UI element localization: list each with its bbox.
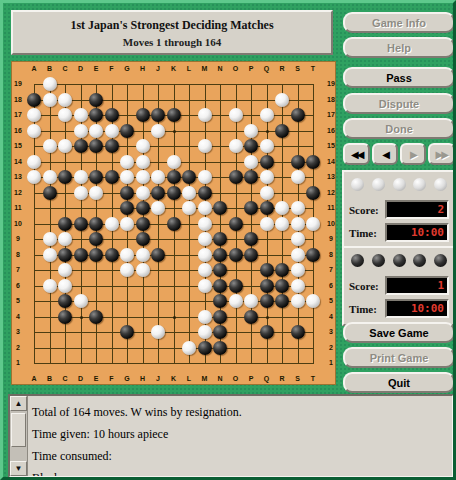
black-stone-N9 (213, 232, 227, 246)
black-stone-F13 (105, 170, 119, 184)
message-line: Time given: 10 hours apiece (32, 427, 448, 442)
black-stone-K17 (167, 108, 181, 122)
white-stone-B9 (43, 232, 57, 246)
black-stone-B12 (43, 186, 57, 200)
black-stone-Q6 (260, 279, 274, 293)
column-label: P (246, 65, 256, 72)
white-stone-M9 (198, 232, 212, 246)
white-stone-M11 (198, 201, 212, 215)
black-stone-S3 (291, 325, 305, 339)
column-label: O (231, 65, 241, 72)
black-stone-M2 (198, 341, 212, 355)
black-stone-N2 (213, 341, 227, 355)
row-label: 12 (326, 189, 336, 196)
white-tray-stone (372, 178, 385, 191)
white-stone-Q15 (260, 139, 274, 153)
column-label: O (231, 375, 241, 382)
white-stone-G10 (120, 217, 134, 231)
white-stone-M10 (198, 217, 212, 231)
row-label: 17 (326, 111, 336, 118)
white-stone-B15 (43, 139, 57, 153)
black-tray-stone (413, 254, 426, 267)
column-label: R (277, 375, 287, 382)
white-stone-E16 (89, 124, 103, 138)
black-stone-S14 (291, 155, 305, 169)
black-stone-R16 (275, 124, 289, 138)
white-stone-A13 (27, 170, 41, 184)
white-tray-stone (393, 178, 406, 191)
go-board[interactable]: AABBCCDDEEFFGGHHJJKKLLMMNNOOPPQQRRSSTT19… (11, 61, 336, 385)
column-label: D (76, 65, 86, 72)
black-time-label: Time: (349, 303, 385, 315)
done-button[interactable]: Done (343, 118, 455, 139)
white-stone-Q10 (260, 217, 274, 231)
white-stone-J3 (151, 325, 165, 339)
black-stone-P11 (244, 201, 258, 215)
white-stone-L2 (182, 341, 196, 355)
column-label: H (138, 375, 148, 382)
white-stone-A14 (27, 155, 41, 169)
rewind-to-start-button[interactable]: ◀◀ (343, 143, 370, 165)
white-stone-B13 (43, 170, 57, 184)
black-score-display: 1 (385, 276, 449, 295)
row-label: 18 (13, 96, 23, 103)
row-label: 3 (13, 328, 23, 335)
black-stone-J12 (151, 186, 165, 200)
grid-line (189, 84, 190, 364)
white-stone-D5 (74, 294, 88, 308)
black-stone-C4 (58, 310, 72, 324)
row-label: 17 (13, 111, 23, 118)
message-lines: Total of 164 moves. W wins by resignatio… (32, 398, 448, 478)
black-stone-H11 (136, 201, 150, 215)
black-stone-N11 (213, 201, 227, 215)
row-label: 2 (13, 344, 23, 351)
column-label: H (138, 65, 148, 72)
black-stone-N6 (213, 279, 227, 293)
white-stone-D17 (74, 108, 88, 122)
column-label: B (45, 375, 55, 382)
white-stone-S5 (291, 294, 305, 308)
row-label: 4 (326, 313, 336, 320)
black-stone-S17 (291, 108, 305, 122)
white-stone-G14 (120, 155, 134, 169)
white-stone-C6 (58, 279, 72, 293)
game-window: 1st Japan's Strongest Deciding Matches M… (0, 0, 456, 480)
column-label: E (91, 65, 101, 72)
black-stone-G3 (120, 325, 134, 339)
up-arrow-icon: ▲ (15, 399, 23, 408)
white-stone-C15 (58, 139, 72, 153)
white-stone-F16 (105, 124, 119, 138)
column-label: E (91, 375, 101, 382)
row-label: 15 (13, 142, 23, 149)
row-label: 14 (326, 158, 336, 165)
white-stone-S6 (291, 279, 305, 293)
black-score-label: Score: (349, 280, 385, 292)
step-back-button[interactable]: ◀ (372, 143, 398, 165)
hoshi-point (173, 316, 176, 319)
white-player-panel: Score: 2 Time: 10:00 (342, 170, 456, 250)
black-time-display: 10:00 (385, 299, 449, 318)
hoshi-point (80, 316, 83, 319)
message-scrollbar[interactable]: ▲ ▼ (10, 396, 28, 476)
black-stone-O8 (229, 248, 243, 262)
white-stone-S9 (291, 232, 305, 246)
forward-to-end-button[interactable]: ▶▶ (428, 143, 455, 165)
column-label: J (153, 65, 163, 72)
white-stone-T10 (306, 217, 320, 231)
white-stone-M3 (198, 325, 212, 339)
white-stone-M17 (198, 108, 212, 122)
row-label: 18 (326, 96, 336, 103)
black-stone-E13 (89, 170, 103, 184)
black-stone-E17 (89, 108, 103, 122)
row-label: 8 (326, 251, 336, 258)
black-stone-T14 (306, 155, 320, 169)
black-stone-F8 (105, 248, 119, 262)
white-time-display: 10:00 (385, 223, 449, 242)
black-stone-C13 (58, 170, 72, 184)
white-stone-Q12 (260, 186, 274, 200)
black-stone-Q14 (260, 155, 274, 169)
white-tray-stone (351, 178, 364, 191)
white-stone-G7 (120, 263, 134, 277)
black-stone-tray (349, 253, 449, 272)
black-tray-stone (372, 254, 385, 267)
title-panel: 1st Japan's Strongest Deciding Matches M… (11, 10, 333, 55)
column-label: J (153, 375, 163, 382)
column-label: K (169, 65, 179, 72)
row-label: 1 (326, 359, 336, 366)
column-label: N (215, 65, 225, 72)
black-stone-P15 (244, 139, 258, 153)
black-stone-R7 (275, 263, 289, 277)
column-label: G (122, 65, 132, 72)
black-stone-H10 (136, 217, 150, 231)
grid-line (50, 84, 51, 364)
row-label: 19 (326, 80, 336, 87)
white-score-display: 2 (385, 200, 449, 219)
black-stone-N8 (213, 248, 227, 262)
row-label: 6 (13, 282, 23, 289)
black-player-panel: Score: 1 Time: 10:00 (342, 246, 456, 326)
row-label: 4 (13, 313, 23, 320)
white-stone-M15 (198, 139, 212, 153)
row-label: 11 (326, 204, 336, 211)
column-label: L (184, 375, 194, 382)
black-stone-D8 (74, 248, 88, 262)
white-stone-B18 (43, 93, 57, 107)
black-stone-C10 (58, 217, 72, 231)
row-label: 12 (13, 189, 23, 196)
white-stone-R10 (275, 217, 289, 231)
column-label: L (184, 65, 194, 72)
white-stone-T5 (306, 294, 320, 308)
white-stone-H7 (136, 263, 150, 277)
black-stone-Q11 (260, 201, 274, 215)
row-label: 14 (13, 158, 23, 165)
black-stone-F17 (105, 108, 119, 122)
black-stone-T12 (306, 186, 320, 200)
black-stone-E18 (89, 93, 103, 107)
white-stone-J11 (151, 201, 165, 215)
white-stone-H13 (136, 170, 150, 184)
column-label: A (29, 65, 39, 72)
black-stone-R6 (275, 279, 289, 293)
black-stone-Q5 (260, 294, 274, 308)
white-stone-D13 (74, 170, 88, 184)
white-stone-A16 (27, 124, 41, 138)
black-stone-G12 (120, 186, 134, 200)
row-label: 9 (326, 235, 336, 242)
white-time-label: Time: (349, 227, 385, 239)
black-stone-O6 (229, 279, 243, 293)
white-stone-B6 (43, 279, 57, 293)
row-label: 9 (13, 235, 23, 242)
row-label: 10 (13, 220, 23, 227)
scrollbar-thumb[interactable] (11, 413, 26, 447)
white-stone-H8 (136, 248, 150, 262)
black-stone-O10 (229, 217, 243, 231)
white-stone-C17 (58, 108, 72, 122)
white-stone-M7 (198, 263, 212, 277)
black-stone-P4 (244, 310, 258, 324)
white-stone-L11 (182, 201, 196, 215)
black-stone-D15 (74, 139, 88, 153)
black-stone-D10 (74, 217, 88, 231)
hoshi-point (266, 130, 269, 133)
white-stone-D16 (74, 124, 88, 138)
board-grid[interactable] (25, 75, 322, 371)
black-stone-O13 (229, 170, 243, 184)
white-stone-H12 (136, 186, 150, 200)
scroll-up-button[interactable]: ▲ (10, 396, 27, 411)
white-stone-S7 (291, 263, 305, 277)
black-stone-N5 (213, 294, 227, 308)
black-stone-N3 (213, 325, 227, 339)
column-label: A (29, 375, 39, 382)
row-label: 5 (326, 297, 336, 304)
white-stone-G8 (120, 248, 134, 262)
white-stone-J13 (151, 170, 165, 184)
white-stone-C7 (58, 263, 72, 277)
black-stone-C8 (58, 248, 72, 262)
white-stone-H15 (136, 139, 150, 153)
black-stone-N4 (213, 310, 227, 324)
save-game-button[interactable]: Save Game (343, 322, 455, 343)
white-stone-J16 (151, 124, 165, 138)
white-stone-P16 (244, 124, 258, 138)
black-stone-K12 (167, 186, 181, 200)
row-label: 1 (13, 359, 23, 366)
row-label: 15 (326, 142, 336, 149)
hoshi-point (173, 130, 176, 133)
hoshi-point (266, 316, 269, 319)
column-label: S (293, 65, 303, 72)
message-line: Time consumed: (32, 449, 448, 464)
column-label: Q (262, 375, 272, 382)
black-stone-K10 (167, 217, 181, 231)
row-label: 6 (326, 282, 336, 289)
black-stone-M12 (198, 186, 212, 200)
column-label: B (45, 65, 55, 72)
white-stone-M6 (198, 279, 212, 293)
row-label: 13 (13, 173, 23, 180)
black-stone-F15 (105, 139, 119, 153)
white-stone-S8 (291, 248, 305, 262)
row-label: 8 (13, 251, 23, 258)
white-stone-L12 (182, 186, 196, 200)
white-stone-R11 (275, 201, 289, 215)
row-label: 13 (326, 173, 336, 180)
white-stone-P14 (244, 155, 258, 169)
row-label: 19 (13, 80, 23, 87)
black-stone-Q3 (260, 325, 274, 339)
row-label: 16 (326, 127, 336, 134)
column-label: T (308, 65, 318, 72)
white-stone-M8 (198, 248, 212, 262)
black-stone-E4 (89, 310, 103, 324)
white-stone-A17 (27, 108, 41, 122)
white-tray-stone (413, 178, 426, 191)
pass-button[interactable]: Pass (343, 67, 455, 88)
quit-button[interactable]: Quit (343, 372, 455, 393)
black-stone-L13 (182, 170, 196, 184)
white-stone-C18 (58, 93, 72, 107)
column-label: C (60, 375, 70, 382)
black-stone-T8 (306, 248, 320, 262)
black-stone-H9 (136, 232, 150, 246)
column-label: C (60, 65, 70, 72)
white-stone-H14 (136, 155, 150, 169)
black-stone-H17 (136, 108, 150, 122)
column-label: N (215, 375, 225, 382)
black-stone-J8 (151, 248, 165, 262)
column-label: F (107, 65, 117, 72)
row-label: 11 (13, 204, 23, 211)
black-stone-R5 (275, 294, 289, 308)
column-label: M (200, 375, 210, 382)
white-stone-M13 (198, 170, 212, 184)
black-stone-P8 (244, 248, 258, 262)
dispute-button[interactable]: Dispute (343, 93, 455, 114)
white-stone-tray (349, 177, 449, 196)
message-area: ▲ ▼ Total of 164 moves. W wins by resign… (8, 394, 454, 478)
game-info-button[interactable]: Game Info (343, 12, 455, 33)
black-stone-A18 (27, 93, 41, 107)
row-label: 7 (13, 266, 23, 273)
white-stone-S13 (291, 170, 305, 184)
white-stone-P5 (244, 294, 258, 308)
black-stone-E10 (89, 217, 103, 231)
black-stone-G16 (120, 124, 134, 138)
white-stone-M4 (198, 310, 212, 324)
white-stone-O17 (229, 108, 243, 122)
column-label: R (277, 65, 287, 72)
row-label: 3 (326, 328, 336, 335)
white-stone-O5 (229, 294, 243, 308)
row-label: 10 (326, 220, 336, 227)
black-stone-K13 (167, 170, 181, 184)
column-label: Q (262, 65, 272, 72)
column-label: F (107, 375, 117, 382)
black-stone-C5 (58, 294, 72, 308)
message-line: Black: (32, 471, 448, 478)
column-label: P (246, 375, 256, 382)
column-label: K (169, 375, 179, 382)
white-stone-Q13 (260, 170, 274, 184)
help-button[interactable]: Help (343, 37, 455, 58)
white-stone-C9 (58, 232, 72, 246)
row-label: 5 (13, 297, 23, 304)
row-label: 2 (326, 344, 336, 351)
black-tray-stone (434, 254, 447, 267)
black-stone-E8 (89, 248, 103, 262)
black-stone-J17 (151, 108, 165, 122)
white-tray-stone (434, 178, 447, 191)
move-navigation: ◀◀ ◀ ▶ ▶▶ (343, 143, 455, 165)
step-forward-button[interactable]: ▶ (400, 143, 426, 165)
black-stone-E15 (89, 139, 103, 153)
move-range-label: Moves 1 through 164 (123, 36, 222, 48)
message-line: Total of 164 moves. W wins by resignatio… (32, 405, 448, 420)
white-stone-F10 (105, 217, 119, 231)
black-stone-P9 (244, 232, 258, 246)
black-stone-N7 (213, 263, 227, 277)
print-game-button[interactable]: Print Game (343, 347, 455, 368)
white-stone-S10 (291, 217, 305, 231)
game-title: 1st Japan's Strongest Deciding Matches (70, 18, 273, 33)
scroll-down-button[interactable]: ▼ (10, 461, 27, 476)
white-stone-B8 (43, 248, 57, 262)
black-tray-stone (393, 254, 406, 267)
black-tray-stone (351, 254, 364, 267)
column-label: T (308, 375, 318, 382)
column-label: G (122, 375, 132, 382)
white-stone-S11 (291, 201, 305, 215)
black-stone-P13 (244, 170, 258, 184)
black-stone-E9 (89, 232, 103, 246)
column-label: D (76, 375, 86, 382)
white-score-label: Score: (349, 204, 385, 216)
white-stone-Q17 (260, 108, 274, 122)
white-stone-K14 (167, 155, 181, 169)
white-stone-G13 (120, 170, 134, 184)
down-arrow-icon: ▼ (15, 464, 23, 473)
black-stone-Q7 (260, 263, 274, 277)
column-label: M (200, 65, 210, 72)
white-stone-D12 (74, 186, 88, 200)
row-label: 7 (326, 266, 336, 273)
white-stone-B19 (43, 77, 57, 91)
white-stone-O15 (229, 139, 243, 153)
white-stone-E12 (89, 186, 103, 200)
column-label: S (293, 375, 303, 382)
row-label: 16 (13, 127, 23, 134)
black-stone-G11 (120, 201, 134, 215)
white-stone-R18 (275, 93, 289, 107)
